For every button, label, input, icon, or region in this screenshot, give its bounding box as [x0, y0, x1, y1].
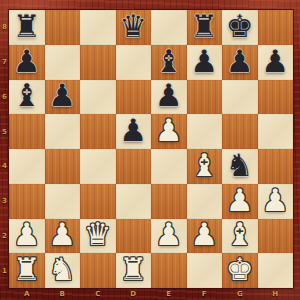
square-b6[interactable]: ♟ [45, 80, 81, 115]
piece-white-pawn[interactable]: ♟ [190, 219, 218, 250]
rank-label: 3 [0, 184, 9, 219]
square-e4[interactable] [151, 149, 187, 184]
piece-black-pawn[interactable]: ♟ [261, 46, 289, 77]
square-b5[interactable] [45, 114, 81, 149]
square-a8[interactable]: ♜ [9, 10, 45, 45]
square-d6[interactable] [116, 80, 152, 115]
rank-label: 6 [0, 80, 9, 115]
rank-label: 8 [0, 10, 9, 45]
piece-black-king[interactable]: ♚ [226, 11, 254, 42]
square-a4[interactable] [9, 149, 45, 184]
rank-label: 4 [0, 149, 9, 184]
piece-white-knight[interactable]: ♞ [48, 254, 76, 285]
square-c7[interactable] [80, 45, 116, 80]
file-label: G [222, 288, 258, 300]
square-g6[interactable] [222, 80, 258, 115]
square-g7[interactable]: ♟ [222, 45, 258, 80]
piece-black-pawn[interactable]: ♟ [13, 46, 41, 77]
square-f4[interactable]: ♝ [187, 149, 223, 184]
square-h6[interactable] [258, 80, 294, 115]
rank-labels: 8 7 6 5 4 3 2 1 [0, 10, 9, 288]
square-d1[interactable]: ♜ [116, 253, 152, 288]
piece-black-pawn[interactable]: ♟ [226, 46, 254, 77]
file-label: B [45, 288, 81, 300]
square-g2[interactable]: ♝ [222, 219, 258, 254]
file-label: F [187, 288, 223, 300]
square-a3[interactable] [9, 184, 45, 219]
square-c1[interactable] [80, 253, 116, 288]
rank-label: 7 [0, 45, 9, 80]
chess-diagram: ♜♛♜♚♟♝♟♟♟♝♟♟♟♟♝♞♟♟♟♟♛♟♟♝♜♞♜♚ 8 7 6 5 4 3… [0, 0, 300, 300]
square-b2[interactable]: ♟ [45, 219, 81, 254]
file-label: C [80, 288, 116, 300]
square-h4[interactable] [258, 149, 294, 184]
square-h2[interactable] [258, 219, 294, 254]
square-e7[interactable]: ♝ [151, 45, 187, 80]
piece-white-pawn[interactable]: ♟ [226, 185, 254, 216]
square-c3[interactable] [80, 184, 116, 219]
square-h7[interactable]: ♟ [258, 45, 294, 80]
square-b1[interactable]: ♞ [45, 253, 81, 288]
piece-white-rook[interactable]: ♜ [119, 254, 147, 285]
square-e5[interactable]: ♟ [151, 114, 187, 149]
square-f1[interactable] [187, 253, 223, 288]
square-a7[interactable]: ♟ [9, 45, 45, 80]
square-b8[interactable] [45, 10, 81, 45]
square-b7[interactable] [45, 45, 81, 80]
square-c4[interactable] [80, 149, 116, 184]
file-label: E [151, 288, 187, 300]
square-h1[interactable] [258, 253, 294, 288]
square-d2[interactable] [116, 219, 152, 254]
file-label: A [9, 288, 45, 300]
square-d4[interactable] [116, 149, 152, 184]
piece-black-knight[interactable]: ♞ [226, 150, 254, 181]
piece-black-queen[interactable]: ♛ [119, 11, 147, 42]
square-e8[interactable] [151, 10, 187, 45]
square-f8[interactable]: ♜ [187, 10, 223, 45]
piece-black-pawn[interactable]: ♟ [119, 115, 147, 146]
piece-white-pawn[interactable]: ♟ [13, 219, 41, 250]
square-e3[interactable] [151, 184, 187, 219]
piece-white-king[interactable]: ♚ [226, 254, 254, 285]
square-c6[interactable] [80, 80, 116, 115]
square-d7[interactable] [116, 45, 152, 80]
square-a1[interactable]: ♜ [9, 253, 45, 288]
square-c2[interactable]: ♛ [80, 219, 116, 254]
rank-label: 1 [0, 253, 9, 288]
square-d8[interactable]: ♛ [116, 10, 152, 45]
chess-board: ♜♛♜♚♟♝♟♟♟♝♟♟♟♟♝♞♟♟♟♟♛♟♟♝♜♞♜♚ [9, 10, 293, 288]
square-e1[interactable] [151, 253, 187, 288]
square-b4[interactable] [45, 149, 81, 184]
piece-white-bishop[interactable]: ♝ [190, 150, 218, 181]
square-f7[interactable]: ♟ [187, 45, 223, 80]
piece-black-bishop[interactable]: ♝ [13, 80, 41, 111]
piece-black-pawn[interactable]: ♟ [48, 80, 76, 111]
rank-label: 2 [0, 219, 9, 254]
piece-black-pawn[interactable]: ♟ [155, 80, 183, 111]
piece-white-pawn[interactable]: ♟ [155, 219, 183, 250]
square-g5[interactable] [222, 114, 258, 149]
square-h3[interactable]: ♟ [258, 184, 294, 219]
piece-white-rook[interactable]: ♜ [13, 254, 41, 285]
square-h5[interactable] [258, 114, 294, 149]
piece-white-pawn[interactable]: ♟ [48, 219, 76, 250]
square-g1[interactable]: ♚ [222, 253, 258, 288]
piece-white-pawn[interactable]: ♟ [155, 115, 183, 146]
square-b3[interactable] [45, 184, 81, 219]
square-g8[interactable]: ♚ [222, 10, 258, 45]
square-f6[interactable] [187, 80, 223, 115]
square-c5[interactable] [80, 114, 116, 149]
square-e6[interactable]: ♟ [151, 80, 187, 115]
square-c8[interactable] [80, 10, 116, 45]
piece-white-queen[interactable]: ♛ [84, 219, 112, 250]
piece-white-bishop[interactable]: ♝ [226, 219, 254, 250]
square-d5[interactable]: ♟ [116, 114, 152, 149]
square-g4[interactable]: ♞ [222, 149, 258, 184]
square-d3[interactable] [116, 184, 152, 219]
piece-black-rook[interactable]: ♜ [190, 11, 218, 42]
piece-black-bishop[interactable]: ♝ [155, 46, 183, 77]
piece-black-rook[interactable]: ♜ [13, 11, 41, 42]
square-h8[interactable] [258, 10, 294, 45]
square-f3[interactable] [187, 184, 223, 219]
file-label: D [116, 288, 152, 300]
file-labels: A B C D E F G H [9, 288, 293, 300]
rank-label: 5 [0, 114, 9, 149]
piece-black-pawn[interactable]: ♟ [190, 46, 218, 77]
square-a2[interactable]: ♟ [9, 219, 45, 254]
square-a6[interactable]: ♝ [9, 80, 45, 115]
square-g3[interactable]: ♟ [222, 184, 258, 219]
piece-white-pawn[interactable]: ♟ [261, 185, 289, 216]
square-f2[interactable]: ♟ [187, 219, 223, 254]
square-a5[interactable] [9, 114, 45, 149]
file-label: H [258, 288, 294, 300]
square-f5[interactable] [187, 114, 223, 149]
square-e2[interactable]: ♟ [151, 219, 187, 254]
